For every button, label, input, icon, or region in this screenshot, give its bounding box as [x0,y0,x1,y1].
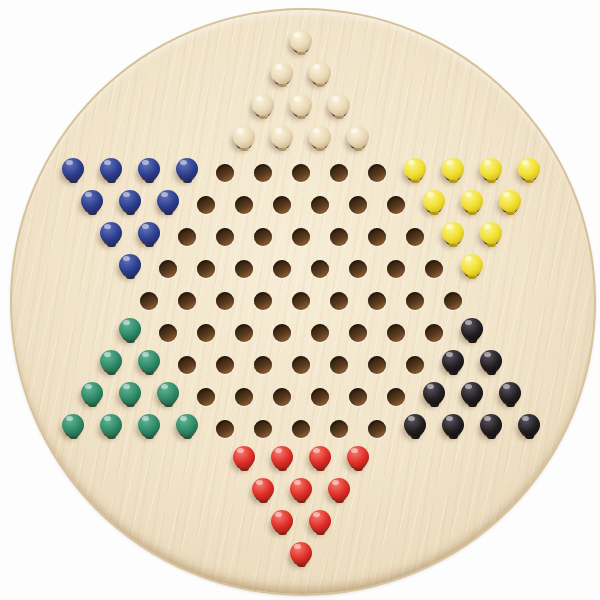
peg-natural[interactable] [309,126,331,148]
hole-r8-c8[interactable] [387,260,405,278]
peg-red[interactable] [309,446,331,468]
hole-r11-c9[interactable] [406,356,424,374]
hole-r13-c7[interactable] [292,420,310,438]
hole-r6-c9[interactable] [387,196,405,214]
hole-r12-c4[interactable] [197,388,215,406]
peg-blue[interactable] [100,222,122,244]
peg-yellow[interactable] [442,158,464,180]
peg-red[interactable] [290,478,312,500]
peg-yellow[interactable] [518,158,540,180]
peg-yellow[interactable] [461,254,483,276]
peg-black[interactable] [499,382,521,404]
peg-black[interactable] [423,382,445,404]
peg-black[interactable] [480,414,502,436]
scene-background [0,0,600,600]
peg-yellow[interactable] [404,158,426,180]
hole-r5-c8[interactable] [330,164,348,182]
hole-r13-c8[interactable] [330,420,348,438]
hole-r11-c7[interactable] [330,356,348,374]
hole-r10-c5[interactable] [273,324,291,342]
peg-black[interactable] [461,318,483,340]
hole-r5-c5[interactable] [216,164,234,182]
hole-r7-c8[interactable] [368,228,386,246]
peg-natural[interactable] [347,126,369,148]
peg-green[interactable] [100,414,122,436]
peg-natural[interactable] [271,126,293,148]
hole-r6-c6[interactable] [273,196,291,214]
peg-yellow[interactable] [423,190,445,212]
hole-r8-c5[interactable] [273,260,291,278]
hole-r9-c1[interactable] [140,292,158,310]
hole-r10-c3[interactable] [197,324,215,342]
peg-green[interactable] [100,350,122,372]
peg-natural[interactable] [290,94,312,116]
peg-red[interactable] [328,478,350,500]
peg-black[interactable] [461,382,483,404]
peg-green[interactable] [138,350,160,372]
peg-black[interactable] [442,414,464,436]
hole-r12-c5[interactable] [235,388,253,406]
hole-r6-c4[interactable] [197,196,215,214]
hole-r8-c3[interactable] [197,260,215,278]
peg-blue[interactable] [157,190,179,212]
hole-r7-c6[interactable] [292,228,310,246]
peg-yellow[interactable] [480,222,502,244]
hole-r11-c4[interactable] [216,356,234,374]
peg-natural[interactable] [290,30,312,52]
hole-r8-c6[interactable] [311,260,329,278]
peg-natural[interactable] [233,126,255,148]
peg-blue[interactable] [119,190,141,212]
hole-r13-c5[interactable] [216,420,234,438]
peg-blue[interactable] [138,222,160,244]
hole-r7-c5[interactable] [254,228,272,246]
peg-red[interactable] [271,510,293,532]
hole-r13-c9[interactable] [368,420,386,438]
hole-r8-c9[interactable] [425,260,443,278]
hole-r10-c7[interactable] [349,324,367,342]
peg-natural[interactable] [309,62,331,84]
peg-red[interactable] [309,510,331,532]
peg-black[interactable] [480,350,502,372]
hole-r9-c4[interactable] [254,292,272,310]
peg-green[interactable] [176,414,198,436]
hole-r10-c8[interactable] [387,324,405,342]
peg-blue[interactable] [100,158,122,180]
peg-blue[interactable] [176,158,198,180]
peg-natural[interactable] [328,94,350,116]
hole-r10-c4[interactable] [235,324,253,342]
peg-black[interactable] [518,414,540,436]
peg-blue[interactable] [119,254,141,276]
hole-r7-c9[interactable] [406,228,424,246]
peg-blue[interactable] [81,190,103,212]
peg-natural[interactable] [252,94,274,116]
hole-r9-c5[interactable] [292,292,310,310]
peg-black[interactable] [442,350,464,372]
hole-r12-c6[interactable] [273,388,291,406]
peg-green[interactable] [62,414,84,436]
hole-r11-c8[interactable] [368,356,386,374]
hole-r8-c7[interactable] [349,260,367,278]
hole-r6-c7[interactable] [311,196,329,214]
hole-r9-c3[interactable] [216,292,234,310]
peg-green[interactable] [81,382,103,404]
hole-r13-c6[interactable] [254,420,272,438]
hole-r12-c7[interactable] [311,388,329,406]
peg-natural[interactable] [271,62,293,84]
peg-red[interactable] [252,478,274,500]
hole-r11-c6[interactable] [292,356,310,374]
hole-r7-c3[interactable] [178,228,196,246]
peg-green[interactable] [119,382,141,404]
peg-yellow[interactable] [442,222,464,244]
peg-red[interactable] [233,446,255,468]
hole-r5-c7[interactable] [292,164,310,182]
hole-r9-c8[interactable] [406,292,424,310]
peg-red[interactable] [290,542,312,564]
peg-red[interactable] [347,446,369,468]
peg-red[interactable] [271,446,293,468]
hole-r9-c9[interactable] [444,292,462,310]
hole-r6-c8[interactable] [349,196,367,214]
peg-black[interactable] [404,414,426,436]
hole-r9-c2[interactable] [178,292,196,310]
hole-r12-c8[interactable] [349,388,367,406]
peg-blue[interactable] [62,158,84,180]
hole-r7-c4[interactable] [216,228,234,246]
hole-r9-c6[interactable] [330,292,348,310]
hole-r7-c7[interactable] [330,228,348,246]
peg-green[interactable] [157,382,179,404]
hole-r12-c9[interactable] [387,388,405,406]
peg-green[interactable] [138,414,160,436]
hole-r10-c2[interactable] [159,324,177,342]
hole-r11-c3[interactable] [178,356,196,374]
hole-r5-c6[interactable] [254,164,272,182]
hole-r8-c2[interactable] [159,260,177,278]
peg-green[interactable] [119,318,141,340]
peg-yellow[interactable] [499,190,521,212]
hole-r9-c7[interactable] [368,292,386,310]
hole-r8-c4[interactable] [235,260,253,278]
peg-yellow[interactable] [461,190,483,212]
hole-r6-c5[interactable] [235,196,253,214]
peg-yellow[interactable] [480,158,502,180]
hole-r10-c6[interactable] [311,324,329,342]
hole-r10-c9[interactable] [425,324,443,342]
hole-r11-c5[interactable] [254,356,272,374]
peg-blue[interactable] [138,158,160,180]
hole-r5-c9[interactable] [368,164,386,182]
